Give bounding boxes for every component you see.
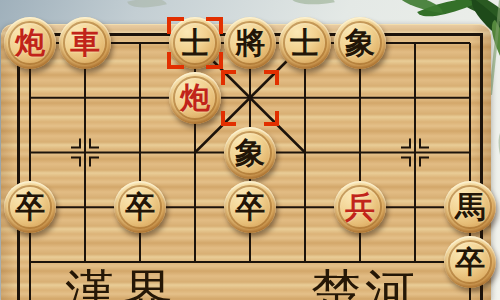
piece-red-soldier[interactable]: 兵	[334, 181, 386, 233]
piece-black-soldier[interactable]: 卒	[114, 181, 166, 233]
piece-black-advisor[interactable]: 士	[279, 17, 331, 69]
piece-label: 卒	[235, 192, 265, 222]
piece-black-elephant[interactable]: 象	[334, 17, 386, 69]
piece-label: 馬	[455, 192, 485, 222]
piece-label: 兵	[345, 192, 375, 222]
piece-red-chariot[interactable]: 車	[59, 17, 111, 69]
piece-label: 卒	[15, 192, 45, 222]
piece-black-soldier[interactable]: 卒	[224, 181, 276, 233]
piece-label: 士	[290, 28, 320, 58]
piece-label: 炮	[15, 28, 45, 58]
piece-red-cannon[interactable]: 炮	[169, 72, 221, 124]
piece-label: 車	[70, 28, 100, 58]
piece-label: 將	[235, 28, 265, 58]
river-label-he: 河	[358, 268, 422, 300]
piece-black-elephant[interactable]: 象	[224, 127, 276, 179]
piece-label: 卒	[455, 247, 485, 277]
piece-black-soldier[interactable]: 卒	[444, 236, 496, 288]
piece-label: 象	[345, 28, 375, 58]
piece-label: 士	[180, 28, 210, 58]
xiangqi-screenshot: 漢 界 楚 河 炮車士將士象炮象卒卒卒兵馬卒	[0, 0, 500, 300]
piece-black-horse[interactable]: 馬	[444, 181, 496, 233]
river-label-han: 漢	[58, 268, 122, 300]
piece-label: 炮	[180, 83, 210, 113]
piece-black-soldier[interactable]: 卒	[4, 181, 56, 233]
piece-label: 卒	[125, 192, 155, 222]
piece-black-general[interactable]: 將	[224, 17, 276, 69]
piece-red-cannon[interactable]: 炮	[4, 17, 56, 69]
river-label-jie: 界	[116, 268, 180, 300]
target-brackets	[221, 70, 279, 126]
piece-label: 象	[235, 138, 265, 168]
